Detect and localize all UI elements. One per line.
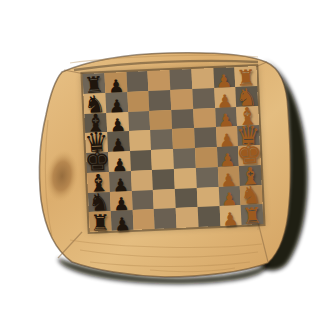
board-square[interactable] xyxy=(176,207,199,228)
board-square[interactable]: ♟ xyxy=(215,107,238,128)
board-square[interactable] xyxy=(130,170,153,191)
board-square[interactable] xyxy=(169,69,192,90)
board-square[interactable] xyxy=(151,149,174,170)
board-square[interactable] xyxy=(153,188,176,209)
chess-photo-scene: ♜♟♟♜♞♟♟♞♝♟♟♝♛♟♟♛♚♟♟♚♝♟♟♝♞♟♟♞♜♟♟♜ xyxy=(0,0,332,332)
board-square[interactable] xyxy=(174,168,197,189)
board-square[interactable] xyxy=(132,209,155,230)
board-square[interactable]: ♟ xyxy=(107,131,130,152)
board-square[interactable] xyxy=(131,189,154,210)
board-square[interactable] xyxy=(126,71,149,92)
board-square[interactable]: ♟ xyxy=(213,67,236,88)
board-square[interactable] xyxy=(170,89,193,110)
board-square[interactable]: ♟ xyxy=(214,87,237,108)
board-square[interactable] xyxy=(197,186,220,207)
piece-white-rook[interactable]: ♜ xyxy=(242,205,263,228)
board-square[interactable]: ♜ xyxy=(241,204,264,225)
board-square[interactable]: ♟ xyxy=(109,171,132,192)
board-square[interactable] xyxy=(172,128,195,149)
board-square[interactable] xyxy=(192,88,215,109)
board-square[interactable]: ♟ xyxy=(105,92,128,113)
chess-board: ♜♟♟♜♞♟♟♞♝♟♟♝♛♟♟♛♚♟♟♚♝♟♟♝♞♟♟♞♜♟♟♜ xyxy=(83,66,264,232)
board-square[interactable] xyxy=(196,167,219,188)
board-square[interactable] xyxy=(152,169,175,190)
board-square[interactable] xyxy=(173,148,196,169)
board-square[interactable]: ♟ xyxy=(110,190,133,211)
board-square[interactable]: ♟ xyxy=(218,185,241,206)
piece-white-pawn[interactable]: ♟ xyxy=(222,210,240,229)
board-square[interactable] xyxy=(193,108,216,129)
board-square[interactable]: ♟ xyxy=(106,112,129,133)
board-square[interactable] xyxy=(148,70,171,91)
board-square[interactable]: ♜ xyxy=(89,211,112,232)
board-square[interactable]: ♞ xyxy=(88,191,111,212)
piece-black-rook[interactable]: ♜ xyxy=(90,212,110,234)
board-square[interactable]: ♟ xyxy=(104,72,127,93)
board-square[interactable] xyxy=(150,129,173,150)
board-square[interactable] xyxy=(171,109,194,130)
piece-black-pawn[interactable]: ♟ xyxy=(113,215,131,234)
board-square[interactable] xyxy=(149,90,172,111)
board-square[interactable]: ♟ xyxy=(217,166,240,187)
board-square[interactable] xyxy=(194,127,217,148)
board-square[interactable] xyxy=(127,91,150,112)
board-square[interactable] xyxy=(175,187,198,208)
board-square[interactable]: ♟ xyxy=(111,210,134,231)
board-grid: ♜♟♟♜♞♟♟♞♝♟♟♝♛♟♟♛♚♟♟♚♝♟♟♝♞♟♟♞♜♟♟♜ xyxy=(83,66,264,232)
board-square[interactable] xyxy=(129,130,152,151)
board-square[interactable] xyxy=(149,110,172,131)
board-square[interactable] xyxy=(191,68,214,89)
board-square[interactable] xyxy=(154,208,177,229)
board-square[interactable] xyxy=(195,147,218,168)
board-square[interactable] xyxy=(130,150,153,171)
board-square[interactable] xyxy=(197,206,220,227)
board-square[interactable]: ♟ xyxy=(219,205,242,226)
board-square[interactable] xyxy=(128,111,151,132)
board-square[interactable]: ♟ xyxy=(108,151,131,172)
